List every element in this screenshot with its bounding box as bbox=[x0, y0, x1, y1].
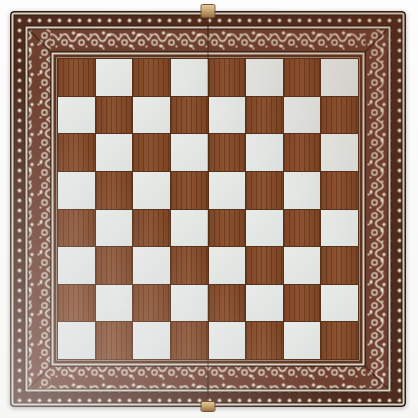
square-h7[interactable] bbox=[321, 97, 358, 134]
square-g7[interactable] bbox=[284, 97, 321, 134]
square-e7[interactable] bbox=[209, 97, 246, 134]
chessboard bbox=[10, 11, 406, 407]
square-f2[interactable] bbox=[246, 285, 283, 322]
square-a7[interactable] bbox=[58, 97, 95, 134]
square-g6[interactable] bbox=[284, 134, 321, 171]
square-g2[interactable] bbox=[284, 285, 321, 322]
photo-background bbox=[0, 0, 418, 418]
board-grid bbox=[58, 59, 358, 359]
square-f5[interactable] bbox=[246, 172, 283, 209]
square-d1[interactable] bbox=[171, 322, 208, 359]
square-e2[interactable] bbox=[209, 285, 246, 322]
square-c6[interactable] bbox=[133, 134, 170, 171]
square-c2[interactable] bbox=[133, 285, 170, 322]
square-f1[interactable] bbox=[246, 322, 283, 359]
square-h2[interactable] bbox=[321, 285, 358, 322]
square-b7[interactable] bbox=[96, 97, 133, 134]
square-e3[interactable] bbox=[209, 247, 246, 284]
square-a6[interactable] bbox=[58, 134, 95, 171]
square-e6[interactable] bbox=[209, 134, 246, 171]
square-d4[interactable] bbox=[171, 210, 208, 247]
square-e1[interactable] bbox=[209, 322, 246, 359]
square-h4[interactable] bbox=[321, 210, 358, 247]
square-b3[interactable] bbox=[96, 247, 133, 284]
square-f4[interactable] bbox=[246, 210, 283, 247]
square-d2[interactable] bbox=[171, 285, 208, 322]
square-a5[interactable] bbox=[58, 172, 95, 209]
square-c3[interactable] bbox=[133, 247, 170, 284]
square-a4[interactable] bbox=[58, 210, 95, 247]
square-c8[interactable] bbox=[133, 59, 170, 96]
square-f6[interactable] bbox=[246, 134, 283, 171]
square-g1[interactable] bbox=[284, 322, 321, 359]
square-h5[interactable] bbox=[321, 172, 358, 209]
square-f7[interactable] bbox=[246, 97, 283, 134]
square-d5[interactable] bbox=[171, 172, 208, 209]
hinge-tab-bottom bbox=[201, 401, 216, 412]
square-d6[interactable] bbox=[171, 134, 208, 171]
square-b5[interactable] bbox=[96, 172, 133, 209]
board-surface bbox=[10, 11, 406, 407]
square-b1[interactable] bbox=[96, 322, 133, 359]
square-c5[interactable] bbox=[133, 172, 170, 209]
square-c1[interactable] bbox=[133, 322, 170, 359]
square-b6[interactable] bbox=[96, 134, 133, 171]
square-h8[interactable] bbox=[321, 59, 358, 96]
square-d8[interactable] bbox=[171, 59, 208, 96]
square-a1[interactable] bbox=[58, 322, 95, 359]
square-a8[interactable] bbox=[58, 59, 95, 96]
square-a3[interactable] bbox=[58, 247, 95, 284]
square-b4[interactable] bbox=[96, 210, 133, 247]
square-e5[interactable] bbox=[209, 172, 246, 209]
square-f8[interactable] bbox=[246, 59, 283, 96]
square-c7[interactable] bbox=[133, 97, 170, 134]
square-b8[interactable] bbox=[96, 59, 133, 96]
square-f3[interactable] bbox=[246, 247, 283, 284]
square-h6[interactable] bbox=[321, 134, 358, 171]
square-d3[interactable] bbox=[171, 247, 208, 284]
square-d7[interactable] bbox=[171, 97, 208, 134]
square-a2[interactable] bbox=[58, 285, 95, 322]
square-c4[interactable] bbox=[133, 210, 170, 247]
square-e4[interactable] bbox=[209, 210, 246, 247]
hinge-tab-top bbox=[201, 4, 216, 18]
square-h1[interactable] bbox=[321, 322, 358, 359]
square-g5[interactable] bbox=[284, 172, 321, 209]
square-e8[interactable] bbox=[209, 59, 246, 96]
square-g4[interactable] bbox=[284, 210, 321, 247]
square-g3[interactable] bbox=[284, 247, 321, 284]
square-h3[interactable] bbox=[321, 247, 358, 284]
square-g8[interactable] bbox=[284, 59, 321, 96]
square-b2[interactable] bbox=[96, 285, 133, 322]
